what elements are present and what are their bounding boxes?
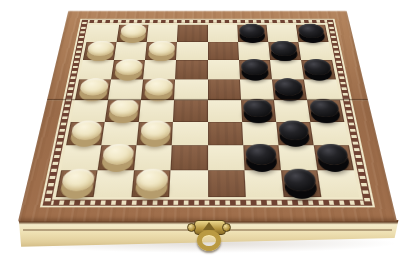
board-square: [244, 170, 283, 197]
board-square: [176, 42, 207, 60]
white-piece: [101, 143, 134, 164]
white-piece: [114, 59, 143, 75]
white-piece: [140, 120, 171, 140]
board-square: [86, 25, 119, 42]
board-square: [208, 60, 240, 79]
board-square: [304, 79, 340, 100]
inlay-border-bottom: [43, 200, 373, 206]
board-square: [208, 122, 243, 145]
white-piece: [60, 168, 95, 191]
board-square: [239, 60, 272, 79]
board-square: [208, 170, 246, 197]
white-piece: [86, 41, 114, 56]
board-square: [208, 79, 241, 100]
board-square: [114, 42, 147, 60]
board-square: [56, 170, 98, 197]
board-square: [139, 100, 174, 122]
board-square: [94, 170, 135, 197]
board-square: [71, 100, 108, 122]
black-piece: [278, 120, 310, 140]
board-square: [83, 42, 117, 60]
board-square: [117, 25, 149, 42]
board-square: [175, 60, 207, 79]
board-square: [134, 145, 172, 170]
white-piece: [148, 41, 175, 56]
white-piece: [120, 23, 147, 37]
board-square: [237, 25, 268, 42]
board-square: [314, 145, 354, 170]
board-squares: [56, 25, 359, 197]
board-square: [174, 79, 207, 100]
board-square: [170, 170, 208, 197]
board-square: [208, 145, 245, 170]
board-square: [61, 145, 101, 170]
clasp-screw-right: [222, 223, 231, 232]
board-square: [274, 100, 310, 122]
board-square: [173, 100, 207, 122]
black-piece: [298, 23, 326, 37]
board-square: [270, 60, 304, 79]
board-square: [101, 122, 139, 145]
board-square: [132, 170, 171, 197]
board-square: [301, 60, 336, 79]
board-square: [208, 25, 238, 42]
black-piece: [241, 59, 269, 75]
board-square: [243, 145, 281, 170]
white-piece: [70, 120, 103, 140]
board-square: [272, 79, 307, 100]
board-square: [171, 145, 208, 170]
black-piece: [239, 23, 265, 37]
clasp-ridge: [203, 222, 215, 230]
board-square: [75, 79, 111, 100]
white-piece: [135, 168, 168, 191]
white-piece: [78, 78, 108, 95]
checkers-board: [18, 11, 397, 222]
board-square: [172, 122, 207, 145]
white-piece: [108, 98, 139, 116]
black-piece: [309, 98, 340, 116]
board-square: [307, 100, 344, 122]
board-square: [241, 100, 276, 122]
board-square: [310, 122, 349, 145]
board-square: [276, 122, 314, 145]
black-piece: [316, 143, 350, 164]
board-square: [111, 60, 145, 79]
board-square: [137, 122, 174, 145]
white-piece: [144, 78, 173, 95]
product-photo: [0, 0, 416, 265]
board-square: [141, 79, 175, 100]
board-square: [296, 25, 329, 42]
black-piece: [283, 168, 317, 191]
board-square: [278, 145, 317, 170]
board-square: [79, 60, 114, 79]
board-square: [147, 25, 178, 42]
board-square: [177, 25, 207, 42]
inlay-border-top: [81, 20, 333, 24]
board-square: [98, 145, 137, 170]
board-square: [143, 60, 176, 79]
clasp-ring: [197, 230, 221, 251]
board-square: [208, 42, 239, 60]
clasp-screw-left: [187, 223, 196, 232]
black-piece: [303, 59, 332, 75]
board-square: [66, 122, 105, 145]
hinge-fold-seam: [47, 99, 368, 101]
board-square: [281, 170, 322, 197]
brass-clasp: [186, 219, 232, 255]
board-square: [240, 79, 274, 100]
black-piece: [274, 78, 304, 95]
board-square: [242, 122, 279, 145]
board-square: [298, 42, 332, 60]
black-piece: [245, 143, 277, 164]
board-margin: [40, 19, 375, 208]
board-square: [266, 25, 298, 42]
board-square: [268, 42, 301, 60]
board-square: [145, 42, 177, 60]
board-square: [108, 79, 143, 100]
board-square: [238, 42, 270, 60]
black-piece: [270, 41, 298, 56]
board-square: [208, 100, 242, 122]
board-square: [105, 100, 141, 122]
black-piece: [243, 98, 273, 116]
board-square: [317, 170, 359, 197]
